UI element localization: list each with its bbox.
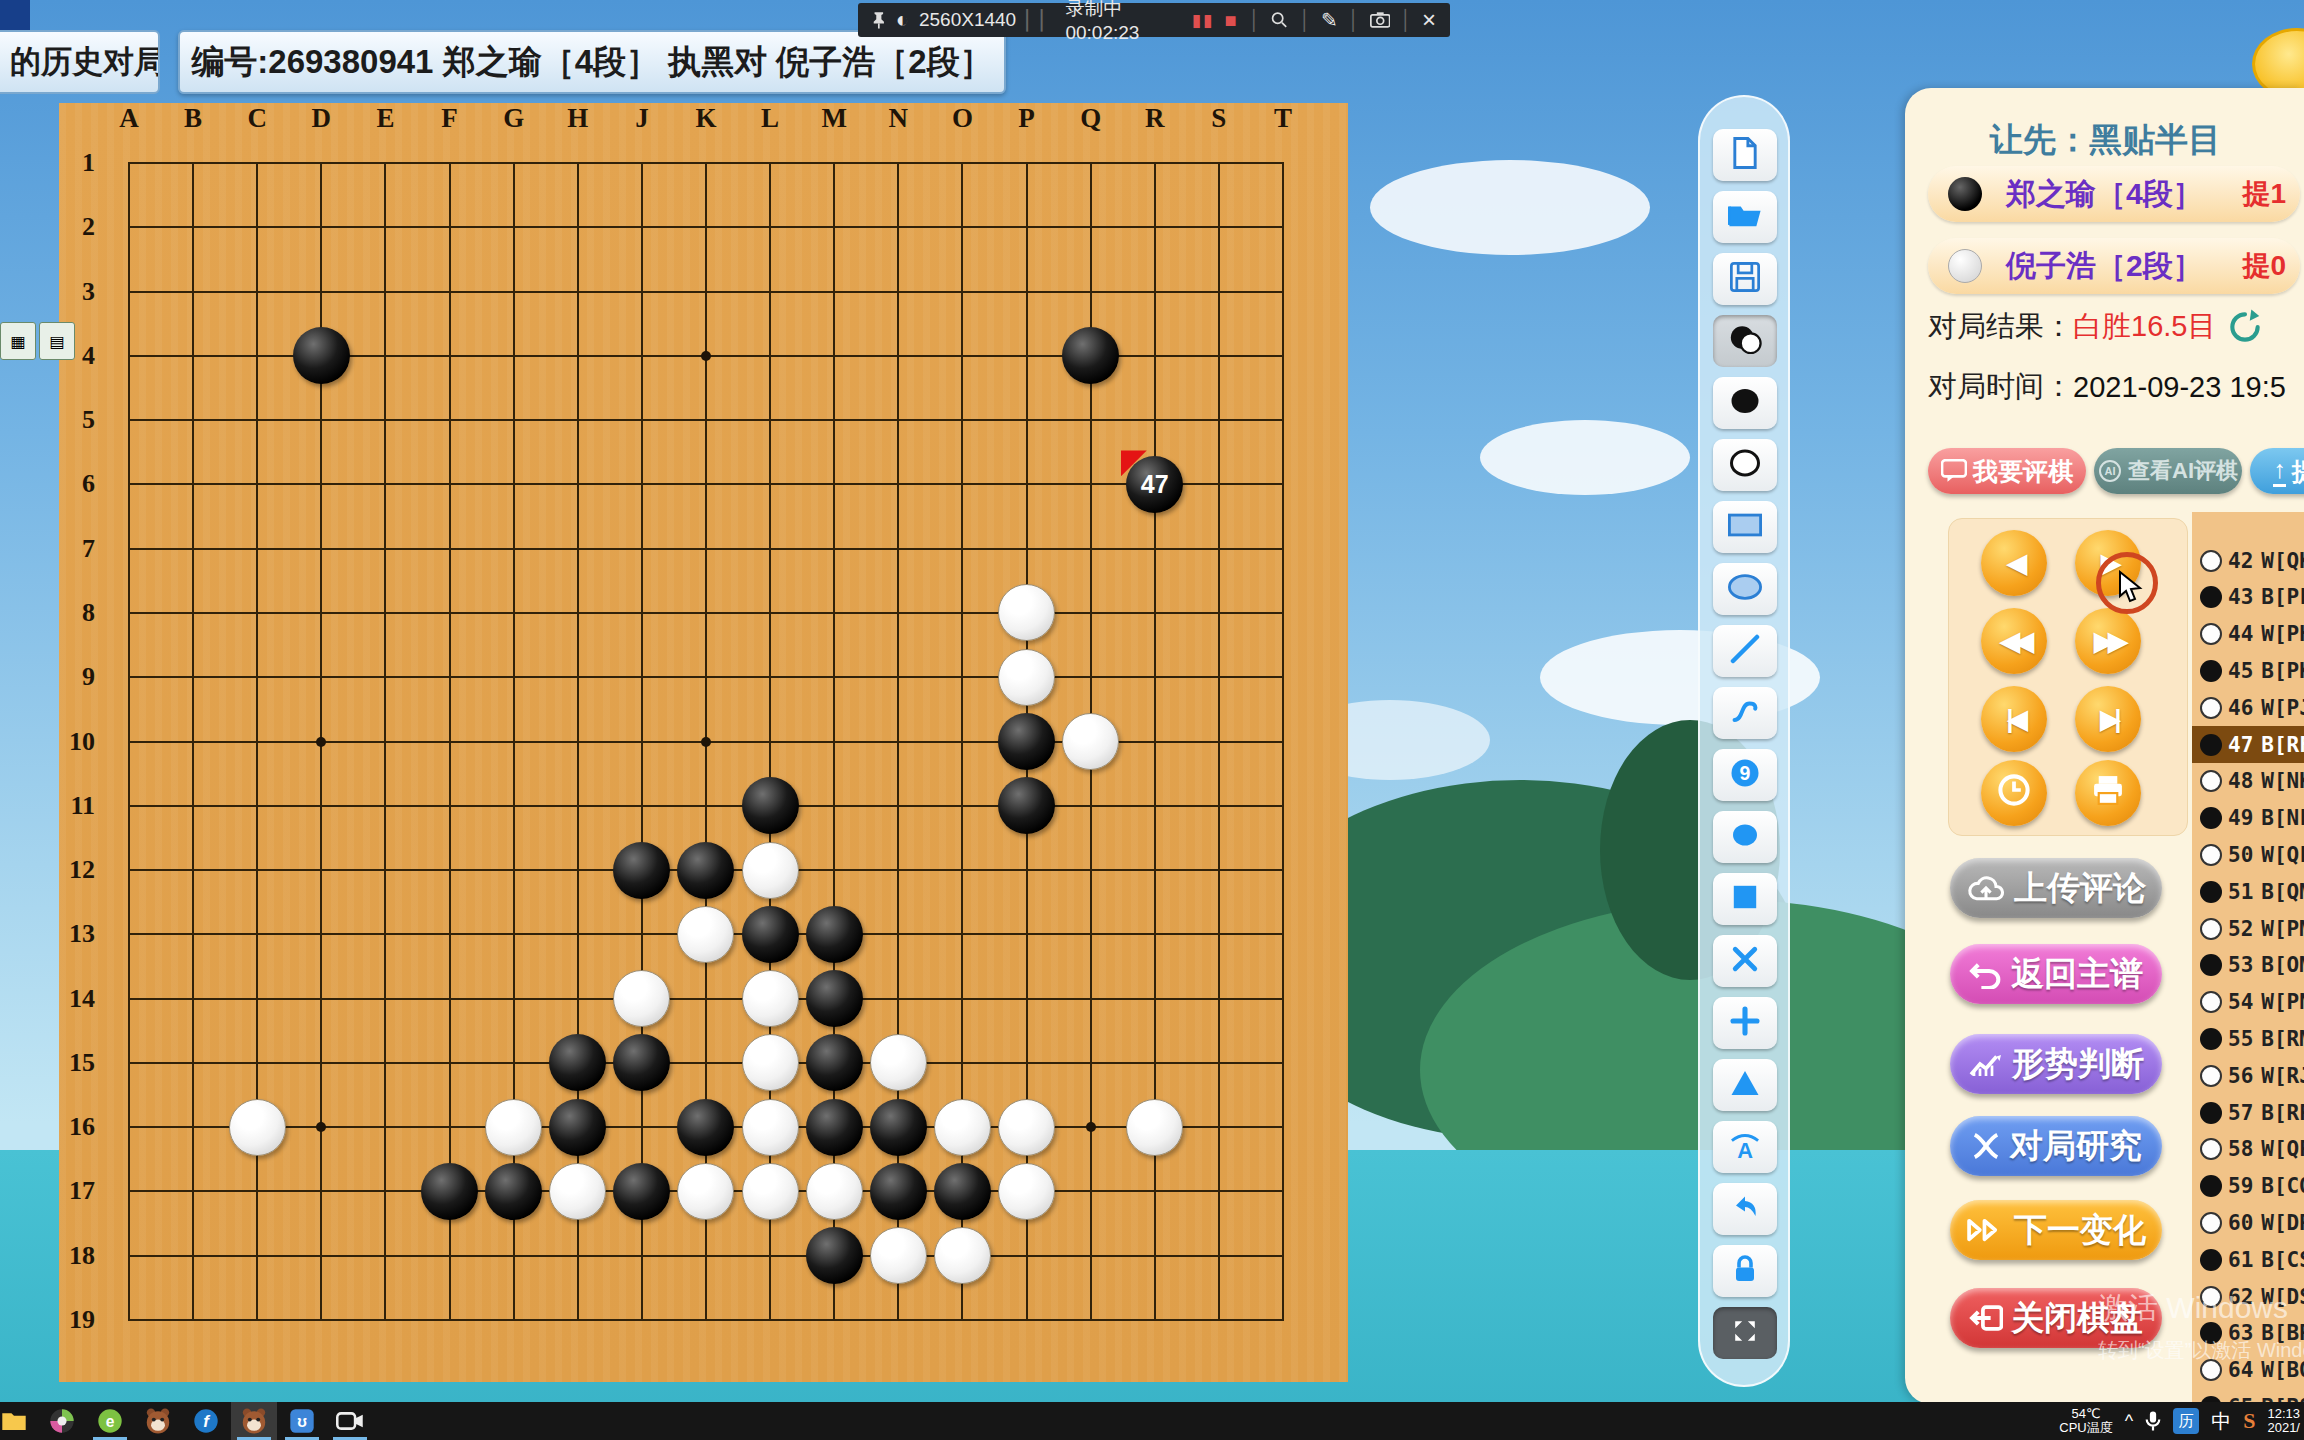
white-captures: 提0: [2242, 247, 2286, 285]
view-ai-review-button[interactable]: AI 查看AI评棋: [2094, 448, 2242, 494]
cloud: [1370, 160, 1650, 255]
black-stone-M14[interactable]: [806, 970, 863, 1027]
col-label: S: [1205, 103, 1233, 134]
move-coord: B[RF: [2261, 733, 2304, 757]
row-label: 12: [61, 855, 95, 885]
move-coord: B[RP: [2261, 1101, 2304, 1125]
move-row-55[interactable]: 55 B[RM: [2192, 1020, 2304, 1057]
magnifier-icon[interactable]: [1270, 9, 1289, 31]
col-label: R: [1141, 103, 1169, 134]
folder-icon[interactable]: [0, 1405, 34, 1437]
black-stone-M15[interactable]: [806, 1034, 863, 1091]
black-move-stone-icon: [2200, 954, 2222, 976]
grid-line: [128, 1062, 1284, 1064]
number-9-button[interactable]: 9: [1713, 749, 1777, 801]
white-move-stone-icon: [2200, 623, 2222, 645]
dot-icon: [1730, 820, 1760, 854]
black-stone-M13[interactable]: [806, 906, 863, 963]
record-mini-icon[interactable]: ▤: [39, 322, 75, 360]
close-board-icon: [1969, 1304, 2003, 1332]
move-number: 53: [2228, 953, 2253, 977]
black-captures: 提1: [2242, 175, 2286, 213]
col-label: M: [820, 103, 848, 134]
black-stone-icon: [1948, 177, 1982, 211]
white-stone-M17[interactable]: [806, 1163, 863, 1220]
black-stone-M16[interactable]: [806, 1099, 863, 1156]
action-label: 形势判断: [2012, 1042, 2144, 1087]
drawing-toolbar: 9A: [1698, 95, 1790, 1387]
next-variation-icon: [1966, 1216, 2006, 1244]
curve-button[interactable]: [1713, 687, 1777, 739]
move-coord: W[PM: [2261, 917, 2304, 941]
black-move-stone-icon: [2200, 1249, 2222, 1271]
black-stone-D4[interactable]: [293, 327, 350, 384]
move-number: 47: [2228, 733, 2253, 757]
action-下一变化-button[interactable]: 下一变化: [1950, 1200, 2162, 1260]
move-row-57[interactable]: 57 B[RP: [2192, 1094, 2304, 1131]
white-stone-K13[interactable]: [677, 906, 734, 963]
go-app-mascot-active-icon[interactable]: [234, 1405, 274, 1437]
triangle-button[interactable]: [1713, 1059, 1777, 1111]
black-stone-L11[interactable]: [742, 777, 799, 834]
open-folder-icon: [1728, 201, 1762, 233]
move-coord: B[RM: [2261, 1027, 2304, 1051]
move-coord: W[QL: [2261, 843, 2304, 867]
white-stone-P9[interactable]: [998, 649, 1055, 706]
taskbar: efʊ 54℃CPU温度 ^ 历 中 S 12:132021/: [0, 1402, 2304, 1440]
handicap-rule-label: 让先：黑贴半目: [1990, 118, 2221, 163]
curve-icon: [1730, 696, 1760, 730]
star-point: [316, 1122, 326, 1132]
expand-button[interactable]: [1713, 1307, 1777, 1359]
tray-chevron-icon[interactable]: ^: [2125, 1411, 2133, 1432]
move-number: 43: [2228, 585, 2253, 609]
star-point: [701, 351, 711, 361]
go-board[interactable]: ABCDEFGHJKLMNOPQRST123456789101112131415…: [59, 103, 1348, 1382]
black-move-stone-icon: [2200, 807, 2222, 829]
upload-icon: ↑: [2273, 455, 2286, 487]
move-number: 46: [2228, 696, 2253, 720]
move-coord: B[PK: [2261, 659, 2304, 683]
white-move-stone-icon: [2200, 1138, 2222, 1160]
move-number: 45: [2228, 659, 2253, 683]
svg-text:9: 9: [1740, 762, 1751, 784]
white-stone-Q10[interactable]: [1062, 713, 1119, 770]
camera-icon[interactable]: [1370, 10, 1390, 30]
action-label: 返回主谱: [2011, 952, 2143, 997]
move-row-59[interactable]: 59 B[CQ: [2192, 1168, 2304, 1205]
extract-button[interactable]: ↑ 提: [2250, 448, 2304, 494]
microphone-icon[interactable]: [2145, 1410, 2161, 1432]
mouse-cursor: [2118, 570, 2144, 604]
nav-timer-icon: [1997, 773, 2031, 814]
black-stone-P11[interactable]: [998, 777, 1055, 834]
black-stone-J12[interactable]: [613, 842, 670, 899]
black-stone-R6[interactable]: 47: [1126, 456, 1183, 513]
white-stone-P17[interactable]: [998, 1163, 1055, 1220]
col-label: J: [628, 103, 656, 134]
comment-button[interactable]: 我要评棋: [1928, 448, 2086, 494]
black-player-row: 郑之瑜［4段］ 提1: [1928, 166, 2300, 222]
move-number: 51: [2228, 880, 2253, 904]
black-move-stone-icon: [2200, 734, 2222, 756]
white-stone-C16[interactable]: [229, 1099, 286, 1156]
ai-icon: AI: [2098, 459, 2122, 483]
move-row-46[interactable]: 46 W[PJ: [2192, 689, 2304, 726]
white-move-stone-icon: [2200, 1212, 2222, 1234]
black-move-stone-icon: [2200, 1028, 2222, 1050]
nav-timer-button[interactable]: [1981, 760, 2047, 826]
tab-history-games[interactable]: 的历史对局: [0, 30, 160, 94]
recorder-app-icon[interactable]: [330, 1405, 370, 1437]
black-stone-M18[interactable]: [806, 1227, 863, 1284]
screen-recorder-bar: ◐ 2560X1440 ▏▏ 录制中 00:02:23 ▮▮ ■ │ │ ✎ │…: [858, 3, 1450, 37]
move-row-51[interactable]: 51 B[QM: [2192, 873, 2304, 910]
game-title-bar: 编号:269380941 郑之瑜［4段］ 执黑对 倪子浩［2段］: [178, 30, 1006, 94]
save-button[interactable]: [1713, 253, 1777, 305]
plus-button[interactable]: [1713, 997, 1777, 1049]
row-label: 18: [61, 1241, 95, 1271]
game-title: 编号:269380941 郑之瑜［4段］ 执黑对 倪子浩［2段］: [191, 40, 992, 85]
ime-lang-indicator[interactable]: 中: [2211, 1408, 2231, 1435]
move-number: 60: [2228, 1211, 2253, 1235]
nav-last-icon: ▶|: [2100, 704, 2115, 735]
row-label: 3: [61, 277, 95, 307]
col-label: B: [179, 103, 207, 134]
white-stone-L14[interactable]: [742, 970, 799, 1027]
move-row-56[interactable]: 56 W[RJ: [2192, 1057, 2304, 1094]
white-stone-P8[interactable]: [998, 584, 1055, 641]
pin-icon[interactable]: [872, 10, 886, 30]
col-label: C: [243, 103, 271, 134]
white-stone-J14[interactable]: [613, 970, 670, 1027]
rectangle-button[interactable]: [1713, 501, 1777, 553]
x-mark-button[interactable]: [1713, 935, 1777, 987]
move-row-44[interactable]: 44 W[PH: [2192, 616, 2304, 653]
result-label: 对局结果：: [1928, 307, 2073, 347]
rectangle-icon: [1728, 512, 1762, 542]
white-move-stone-icon: [2200, 770, 2222, 792]
nav-fast-prev-icon: ◀◀: [2000, 626, 2028, 657]
col-label: E: [371, 103, 399, 134]
line-button[interactable]: [1713, 625, 1777, 677]
star-point: [316, 737, 326, 747]
contrast-icon[interactable]: ◐: [896, 7, 909, 33]
black-stone-O17[interactable]: [934, 1163, 991, 1220]
action-返回主谱-button[interactable]: 返回主谱: [1950, 944, 2162, 1004]
ellipse-icon: [1728, 573, 1762, 605]
svg-text:e: e: [106, 1413, 115, 1430]
move-row-49[interactable]: 49 B[NL: [2192, 800, 2304, 837]
move-coord: W[PJ: [2261, 696, 2304, 720]
e-browser-icon[interactable]: e: [90, 1405, 130, 1437]
nav-fast-next-icon: ▶▶: [2094, 626, 2122, 657]
lock-icon: [1731, 1254, 1759, 1288]
row-label: 1: [61, 148, 95, 178]
black-stone-K12[interactable]: [677, 842, 734, 899]
move-row-42[interactable]: 42 W[QK: [2192, 542, 2304, 579]
nav-print-button[interactable]: [2075, 760, 2141, 826]
square-icon: [1731, 883, 1759, 915]
black-stone-N17[interactable]: [870, 1163, 927, 1220]
black-stone-Q4[interactable]: [1062, 327, 1119, 384]
white-player-name: 倪子浩［2段］: [2006, 246, 2203, 287]
white-stone-O18[interactable]: [934, 1227, 991, 1284]
black-stone-H15[interactable]: [549, 1034, 606, 1091]
flash-icon[interactable]: f: [186, 1405, 226, 1437]
move-coord: B[QM: [2261, 880, 2304, 904]
white-stone-O16[interactable]: [934, 1099, 991, 1156]
move-number: 44: [2228, 622, 2253, 646]
row-label: 5: [61, 405, 95, 435]
white-move-stone-icon: [2200, 991, 2222, 1013]
time-row: 对局时间： 2021-09-23 19:5: [1928, 362, 2304, 412]
u-app-icon[interactable]: ʊ: [282, 1405, 322, 1437]
row-label: 17: [61, 1176, 95, 1206]
move-row-54[interactable]: 54 W[PN: [2192, 984, 2304, 1021]
grid-line: [1218, 162, 1220, 1321]
move-row-48[interactable]: 48 W[NK: [2192, 763, 2304, 800]
undo-icon: [1969, 959, 2003, 989]
white-move-stone-icon: [2200, 1065, 2222, 1087]
recorder-resolution: 2560X1440: [919, 9, 1016, 31]
col-label: L: [756, 103, 784, 134]
row-label: 8: [61, 598, 95, 628]
move-coord: B[CQ: [2261, 1174, 2304, 1198]
col-label: K: [692, 103, 720, 134]
row-label: 16: [61, 1112, 95, 1142]
ellipse-button[interactable]: [1713, 563, 1777, 615]
move-number: 61: [2228, 1248, 2253, 1272]
result-value: 白胜16.5目: [2073, 307, 2216, 347]
result-row: 对局结果： 白胜16.5目: [1928, 302, 2304, 352]
white-stone-R16[interactable]: [1126, 1099, 1183, 1156]
star-point: [701, 737, 711, 747]
col-label: F: [436, 103, 464, 134]
board-mini-icon[interactable]: ▦: [0, 322, 36, 360]
black-move-stone-icon: [2200, 1102, 2222, 1124]
nav-fast-prev-button[interactable]: ◀◀: [1981, 608, 2047, 674]
col-label: G: [500, 103, 528, 134]
move-row-58[interactable]: 58 W[QP: [2192, 1131, 2304, 1168]
black-move-stone-icon: [2200, 586, 2222, 608]
move-coord: W[PN: [2261, 990, 2304, 1014]
grid-line: [128, 1255, 1284, 1257]
move-list[interactable]: 42 W[QK 43 B[PL 44 W[PH 45 B[PK 46 W[PJ …: [2192, 512, 2304, 1404]
action-形势判断-button[interactable]: 形势判断: [1950, 1034, 2162, 1094]
move-number: 58: [2228, 1137, 2253, 1161]
stop-icon[interactable]: ■: [1224, 9, 1238, 32]
white-stone-N15[interactable]: [870, 1034, 927, 1091]
cloud-upload-icon: [1966, 873, 2006, 903]
black-stone-N16[interactable]: [870, 1099, 927, 1156]
black-stone-icon: [1730, 386, 1760, 420]
sogou-icon[interactable]: S: [2243, 1408, 2255, 1434]
nav-first-icon: |◀: [2006, 704, 2021, 735]
white-stone-button[interactable]: [1713, 439, 1777, 491]
move-row-61[interactable]: 61 B[CS: [2192, 1241, 2304, 1278]
action-对局研究-button[interactable]: 对局研究: [1950, 1116, 2162, 1176]
pencil-icon[interactable]: ✎: [1321, 8, 1338, 32]
lock-button[interactable]: [1713, 1245, 1777, 1297]
row-label: 11: [61, 791, 95, 821]
row-label: 9: [61, 662, 95, 692]
undo-arrow-icon: [1730, 1193, 1760, 1225]
nav-prev-icon: ◀: [2007, 548, 2021, 579]
system-tray: 54℃CPU温度 ^ 历 中 S 12:132021/: [2059, 1402, 2304, 1440]
ime-app-icon[interactable]: 历: [2173, 1408, 2199, 1434]
row-label: 19: [61, 1305, 95, 1335]
black-stone-F17[interactable]: [421, 1163, 478, 1220]
open-folder-button[interactable]: [1713, 191, 1777, 243]
star-point: [1086, 1122, 1096, 1132]
col-label: P: [1013, 103, 1041, 134]
new-doc-icon: [1730, 137, 1760, 173]
move-row-53[interactable]: 53 B[OM: [2192, 947, 2304, 984]
move-number: 50: [2228, 843, 2253, 867]
black-move-stone-icon: [2200, 1175, 2222, 1197]
white-stone-L17[interactable]: [742, 1163, 799, 1220]
dot-button[interactable]: [1713, 811, 1777, 863]
action-label: 上传评论: [2014, 866, 2146, 911]
col-label: D: [307, 103, 335, 134]
research-icon: [1970, 1131, 2002, 1161]
black-stone-P10[interactable]: [998, 713, 1055, 770]
move-row-50[interactable]: 50 W[QL: [2192, 836, 2304, 873]
col-label: N: [884, 103, 912, 134]
move-number: 54: [2228, 990, 2253, 1014]
black-stone-button[interactable]: [1713, 377, 1777, 429]
action-label: 下一变化: [2014, 1208, 2146, 1253]
row-label: 6: [61, 469, 95, 499]
nav-prev-button[interactable]: ◀: [1981, 530, 2047, 596]
new-doc-button[interactable]: [1713, 129, 1777, 181]
grid-line: [1282, 162, 1284, 1321]
move-coord: W[DR: [2261, 1211, 2304, 1235]
move-coord: W[RJ: [2261, 1064, 2304, 1088]
col-label: H: [564, 103, 592, 134]
white-stone-G16[interactable]: [485, 1099, 542, 1156]
number-9-icon: 9: [1730, 758, 1760, 792]
move-row-47[interactable]: 47 B[RF: [2192, 726, 2304, 763]
black-stone-H16[interactable]: [549, 1099, 606, 1156]
white-stone-K17[interactable]: [677, 1163, 734, 1220]
square-button[interactable]: [1713, 873, 1777, 925]
black-move-stone-icon: [2200, 881, 2222, 903]
move-number: 56: [2228, 1064, 2253, 1088]
white-stone-H17[interactable]: [549, 1163, 606, 1220]
move-coord: W[QK: [2261, 549, 2304, 573]
col-label: O: [948, 103, 976, 134]
triangle-icon: [1730, 1069, 1760, 1101]
black-stone-J15[interactable]: [613, 1034, 670, 1091]
nav-fast-next-button[interactable]: ▶▶: [2075, 608, 2141, 674]
move-coord: B[OM: [2261, 953, 2304, 977]
white-stone-L16[interactable]: [742, 1099, 799, 1156]
action-上传评论-button[interactable]: 上传评论: [1950, 858, 2162, 918]
white-stone-N18[interactable]: [870, 1227, 927, 1284]
black-stone-K16[interactable]: [677, 1099, 734, 1156]
move-number: 52: [2228, 917, 2253, 941]
move-row-52[interactable]: 52 W[PM: [2192, 910, 2304, 947]
move-coord: B[PL: [2261, 585, 2304, 609]
move-row-43[interactable]: 43 B[PL: [2192, 579, 2304, 616]
go-app-mascot-icon[interactable]: [138, 1405, 178, 1437]
divider: ▏▏: [1026, 9, 1055, 32]
col-label: A: [115, 103, 143, 134]
letter-a-icon: A: [1729, 1130, 1761, 1164]
black-stone-J17[interactable]: [613, 1163, 670, 1220]
move-number: 48: [2228, 769, 2253, 793]
plus-icon: [1730, 1006, 1760, 1040]
move-number: 49: [2228, 806, 2253, 830]
alternate-stones-icon: [1728, 324, 1762, 358]
refresh-icon[interactable]: [2226, 308, 2264, 346]
move-row-60[interactable]: 60 W[DR: [2192, 1204, 2304, 1241]
pause-icon[interactable]: ▮▮: [1192, 10, 1215, 31]
move-number: 42: [2228, 549, 2253, 573]
current-move-number: 47: [1126, 456, 1183, 513]
move-number: 57: [2228, 1101, 2253, 1125]
black-stone-L13[interactable]: [742, 906, 799, 963]
nav-first-button[interactable]: |◀: [1981, 686, 2047, 752]
action-label: 对局研究: [2010, 1124, 2142, 1169]
tray-clock[interactable]: 12:132021/: [2267, 1407, 2300, 1435]
nav-print-icon: [2091, 774, 2125, 813]
trend-icon: [1968, 1049, 2004, 1079]
tab-history-label: 的历史对局: [10, 41, 160, 83]
row-label: 14: [61, 984, 95, 1014]
undo-arrow-button[interactable]: [1713, 1183, 1777, 1235]
nav-last-button[interactable]: ▶|: [2075, 686, 2141, 752]
move-number: 59: [2228, 1174, 2253, 1198]
white-stone-icon: [1948, 249, 1982, 283]
grid-line: [128, 805, 1284, 807]
alternate-stones-button[interactable]: [1713, 315, 1777, 367]
time-value: 2021-09-23 19:5: [2073, 371, 2286, 404]
svg-text:AI: AI: [2105, 465, 2116, 477]
cloud: [1480, 420, 1690, 495]
row-label: 2: [61, 212, 95, 242]
white-stone-L12[interactable]: [742, 842, 799, 899]
line-icon: [1730, 634, 1760, 668]
white-stone-L15[interactable]: [742, 1034, 799, 1091]
move-row-45[interactable]: 45 B[PK: [2192, 652, 2304, 689]
close-icon[interactable]: ×: [1422, 6, 1436, 34]
svg-text:ʊ: ʊ: [297, 1413, 307, 1430]
white-move-stone-icon: [2200, 844, 2222, 866]
move-coord: W[QP: [2261, 1137, 2304, 1161]
letter-a-button[interactable]: A: [1713, 1121, 1777, 1173]
media-app-icon[interactable]: [42, 1405, 82, 1437]
move-coord: B[CS: [2261, 1248, 2304, 1272]
white-stone-icon: [1730, 448, 1760, 482]
move-number: 55: [2228, 1027, 2253, 1051]
move-coord: W[NK: [2261, 769, 2304, 793]
save-icon: [1730, 262, 1760, 296]
row-label: 7: [61, 534, 95, 564]
time-label: 对局时间：: [1928, 367, 2073, 407]
white-move-stone-icon: [2200, 918, 2222, 940]
comment-icon: [1941, 459, 1967, 483]
white-stone-P16[interactable]: [998, 1099, 1055, 1156]
svg-text:A: A: [1737, 1138, 1753, 1160]
expand-icon: [1731, 1317, 1759, 1349]
move-coord: B[NL: [2261, 806, 2304, 830]
black-stone-G17[interactable]: [485, 1163, 542, 1220]
grid-line: [128, 998, 1284, 1000]
white-player-row: 倪子浩［2段］ 提0: [1928, 238, 2300, 294]
